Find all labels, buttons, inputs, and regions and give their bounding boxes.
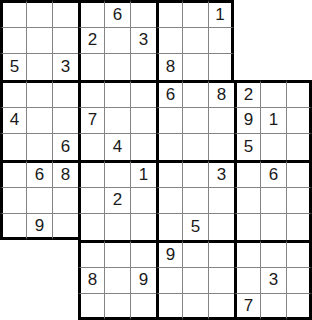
cell-r3c5-empty[interactable] bbox=[130, 80, 156, 107]
cell-r6c11-empty[interactable] bbox=[286, 160, 312, 187]
cell-r7c0-empty[interactable] bbox=[0, 187, 26, 214]
cell-r10c10-given[interactable]: 3 bbox=[260, 267, 286, 294]
cell-r11c3-empty[interactable] bbox=[78, 293, 104, 320]
cell-r11c11-empty[interactable] bbox=[286, 293, 312, 320]
cell-r1c5-given[interactable]: 3 bbox=[130, 27, 156, 54]
cell-r5c2-given[interactable]: 6 bbox=[52, 133, 78, 160]
void-area bbox=[286, 27, 312, 54]
void-area bbox=[0, 293, 26, 320]
cell-r3c2-empty[interactable] bbox=[52, 80, 78, 107]
void-area bbox=[286, 0, 312, 27]
cell-r2c3-empty[interactable] bbox=[78, 53, 104, 80]
cell-r6c7-empty[interactable] bbox=[182, 160, 208, 187]
cell-r11c4-empty[interactable] bbox=[104, 293, 130, 320]
void-area bbox=[286, 53, 312, 80]
cell-r9c7-empty[interactable] bbox=[182, 240, 208, 267]
cell-r10c3-given[interactable]: 8 bbox=[78, 267, 104, 294]
cell-r7c2-empty[interactable] bbox=[52, 187, 78, 214]
cell-r9c5-empty[interactable] bbox=[130, 240, 156, 267]
cell-r5c11-empty[interactable] bbox=[286, 133, 312, 160]
cell-r5c4-given[interactable]: 4 bbox=[104, 133, 130, 160]
cell-r5c8-empty[interactable] bbox=[208, 133, 234, 160]
cell-r3c4-empty[interactable] bbox=[104, 80, 130, 107]
cell-r8c3-empty[interactable] bbox=[78, 213, 104, 240]
void-area bbox=[260, 53, 286, 80]
cell-r7c3-empty[interactable] bbox=[78, 187, 104, 214]
cell-r0c5-empty[interactable] bbox=[130, 0, 156, 27]
cell-r3c0-empty[interactable] bbox=[0, 80, 26, 107]
void-area bbox=[234, 27, 260, 54]
cell-r10c7-empty[interactable] bbox=[182, 267, 208, 294]
cell-r3c11-empty[interactable] bbox=[286, 80, 312, 107]
cell-r4c7-empty[interactable] bbox=[182, 107, 208, 134]
cell-r11c5-empty[interactable] bbox=[130, 293, 156, 320]
cell-r9c6-given[interactable]: 9 bbox=[156, 240, 182, 267]
cell-r10c4-empty[interactable] bbox=[104, 267, 130, 294]
cell-r8c2-empty[interactable] bbox=[52, 213, 78, 240]
cell-r8c7-given[interactable]: 5 bbox=[182, 213, 208, 240]
void-area bbox=[0, 267, 26, 294]
cell-r3c9-given[interactable]: 2 bbox=[234, 80, 260, 107]
void-area bbox=[234, 53, 260, 80]
cell-r4c5-empty[interactable] bbox=[130, 107, 156, 134]
cell-r7c8-empty[interactable] bbox=[208, 187, 234, 214]
puzzle-page: 612353868247916456813629598937 bbox=[0, 0, 312, 320]
cell-r2c7-empty[interactable] bbox=[182, 53, 208, 80]
void-area bbox=[234, 0, 260, 27]
cell-r4c11-empty[interactable] bbox=[286, 107, 312, 134]
cell-r4c6-empty[interactable] bbox=[156, 107, 182, 134]
cell-r7c7-empty[interactable] bbox=[182, 187, 208, 214]
cell-r3c1-empty[interactable] bbox=[26, 80, 52, 107]
cell-r4c1-empty[interactable] bbox=[26, 107, 52, 134]
cell-r1c3-given[interactable]: 2 bbox=[78, 27, 104, 54]
cell-r4c3-given[interactable]: 7 bbox=[78, 107, 104, 134]
cell-r11c6-empty[interactable] bbox=[156, 293, 182, 320]
cell-r8c10-empty[interactable] bbox=[260, 213, 286, 240]
cell-r0c1-empty[interactable] bbox=[26, 0, 52, 27]
cell-r0c4-given[interactable]: 6 bbox=[104, 0, 130, 27]
cell-r10c8-empty[interactable] bbox=[208, 267, 234, 294]
cell-r9c11-empty[interactable] bbox=[286, 240, 312, 267]
cell-r9c8-empty[interactable] bbox=[208, 240, 234, 267]
cell-r0c3-empty[interactable] bbox=[78, 0, 104, 27]
cell-r7c9-empty[interactable] bbox=[234, 187, 260, 214]
cell-r4c8-empty[interactable] bbox=[208, 107, 234, 134]
cell-r3c6-given[interactable]: 6 bbox=[156, 80, 182, 107]
cell-r2c2-given[interactable]: 3 bbox=[52, 53, 78, 80]
cell-r7c5-empty[interactable] bbox=[130, 187, 156, 214]
cell-r5c6-empty[interactable] bbox=[156, 133, 182, 160]
cell-r11c7-empty[interactable] bbox=[182, 293, 208, 320]
cell-r11c9-given[interactable]: 7 bbox=[234, 293, 260, 320]
cell-r6c4-empty[interactable] bbox=[104, 160, 130, 187]
cell-r7c6-empty[interactable] bbox=[156, 187, 182, 214]
void-area bbox=[0, 240, 26, 267]
cell-r3c10-empty[interactable] bbox=[260, 80, 286, 107]
cell-r1c7-empty[interactable] bbox=[182, 27, 208, 54]
cell-r3c3-empty[interactable] bbox=[78, 80, 104, 107]
cell-r6c1-given[interactable]: 6 bbox=[26, 160, 52, 187]
cell-r5c3-empty[interactable] bbox=[78, 133, 104, 160]
void-area bbox=[52, 267, 78, 294]
cell-r8c6-empty[interactable] bbox=[156, 213, 182, 240]
cell-r4c9-given[interactable]: 9 bbox=[234, 107, 260, 134]
void-area bbox=[26, 240, 52, 267]
cell-r10c5-given[interactable]: 9 bbox=[130, 267, 156, 294]
cell-r2c1-empty[interactable] bbox=[26, 53, 52, 80]
cell-r1c8-empty[interactable] bbox=[208, 27, 234, 54]
cell-r2c5-empty[interactable] bbox=[130, 53, 156, 80]
cell-r1c6-empty[interactable] bbox=[156, 27, 182, 54]
void-area bbox=[260, 27, 286, 54]
cell-r5c10-empty[interactable] bbox=[260, 133, 286, 160]
cell-r9c3-empty[interactable] bbox=[78, 240, 104, 267]
cell-r6c5-given[interactable]: 1 bbox=[130, 160, 156, 187]
cell-r9c10-empty[interactable] bbox=[260, 240, 286, 267]
cell-r9c4-empty[interactable] bbox=[104, 240, 130, 267]
cell-r11c10-empty[interactable] bbox=[260, 293, 286, 320]
cell-r6c6-empty[interactable] bbox=[156, 160, 182, 187]
cell-r6c2-given[interactable]: 8 bbox=[52, 160, 78, 187]
cell-r5c5-empty[interactable] bbox=[130, 133, 156, 160]
cell-r5c0-empty[interactable] bbox=[0, 133, 26, 160]
cell-r0c2-empty[interactable] bbox=[52, 0, 78, 27]
cell-r10c9-empty[interactable] bbox=[234, 267, 260, 294]
cell-r4c10-given[interactable]: 1 bbox=[260, 107, 286, 134]
cell-r5c1-empty[interactable] bbox=[26, 133, 52, 160]
cell-r1c1-empty[interactable] bbox=[26, 27, 52, 54]
cell-r1c2-empty[interactable] bbox=[52, 27, 78, 54]
cell-r7c11-empty[interactable] bbox=[286, 187, 312, 214]
cell-r0c0-empty[interactable] bbox=[0, 0, 26, 27]
sudoku-board: 612353868247916456813629598937 bbox=[0, 0, 312, 320]
cell-r6c8-given[interactable]: 3 bbox=[208, 160, 234, 187]
cell-r6c0-empty[interactable] bbox=[0, 160, 26, 187]
cell-r2c4-empty[interactable] bbox=[104, 53, 130, 80]
cell-r2c6-given[interactable]: 8 bbox=[156, 53, 182, 80]
cell-r6c10-given[interactable]: 6 bbox=[260, 160, 286, 187]
cell-r7c1-empty[interactable] bbox=[26, 187, 52, 214]
cell-r1c0-empty[interactable] bbox=[0, 27, 26, 54]
void-area bbox=[260, 0, 286, 27]
cell-r7c10-empty[interactable] bbox=[260, 187, 286, 214]
cell-r8c1-given[interactable]: 9 bbox=[26, 213, 52, 240]
cell-r2c0-given[interactable]: 5 bbox=[0, 53, 26, 80]
cell-r4c4-empty[interactable] bbox=[104, 107, 130, 134]
cell-r5c9-given[interactable]: 5 bbox=[234, 133, 260, 160]
cell-r8c4-empty[interactable] bbox=[104, 213, 130, 240]
cell-r6c9-empty[interactable] bbox=[234, 160, 260, 187]
cell-r3c7-empty[interactable] bbox=[182, 80, 208, 107]
cell-r0c8-given[interactable]: 1 bbox=[208, 0, 234, 27]
cell-r4c0-given[interactable]: 4 bbox=[0, 107, 26, 134]
cell-r4c2-empty[interactable] bbox=[52, 107, 78, 134]
cell-r8c11-empty[interactable] bbox=[286, 213, 312, 240]
void-area bbox=[52, 293, 78, 320]
cell-r6c3-empty[interactable] bbox=[78, 160, 104, 187]
cell-r7c4-given[interactable]: 2 bbox=[104, 187, 130, 214]
cell-r8c8-empty[interactable] bbox=[208, 213, 234, 240]
void-area bbox=[52, 240, 78, 267]
cell-r1c4-empty[interactable] bbox=[104, 27, 130, 54]
cell-r10c6-empty[interactable] bbox=[156, 267, 182, 294]
cell-r0c7-empty[interactable] bbox=[182, 0, 208, 27]
cell-r11c8-empty[interactable] bbox=[208, 293, 234, 320]
cell-r8c5-empty[interactable] bbox=[130, 213, 156, 240]
void-area bbox=[26, 267, 52, 294]
cell-r10c11-empty[interactable] bbox=[286, 267, 312, 294]
cell-r2c8-empty[interactable] bbox=[208, 53, 234, 80]
cell-r9c9-empty[interactable] bbox=[234, 240, 260, 267]
cell-r3c8-given[interactable]: 8 bbox=[208, 80, 234, 107]
void-area bbox=[26, 293, 52, 320]
cell-r8c0-empty[interactable] bbox=[0, 213, 26, 240]
cell-r0c6-empty[interactable] bbox=[156, 0, 182, 27]
cell-r8c9-empty[interactable] bbox=[234, 213, 260, 240]
cell-r5c7-empty[interactable] bbox=[182, 133, 208, 160]
